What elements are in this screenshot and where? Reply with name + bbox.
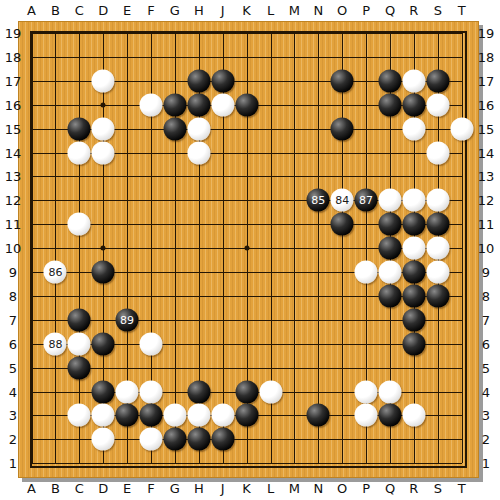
stone-black: [211, 428, 234, 451]
row-label: 12: [5, 194, 22, 207]
row-label: 3: [9, 409, 17, 422]
row-label: 16: [5, 98, 22, 111]
stone-white-move-86: 86: [44, 261, 67, 284]
star-point: [244, 246, 249, 251]
column-label: B: [51, 4, 60, 17]
grid-line: [342, 33, 343, 463]
column-label: R: [409, 482, 418, 495]
stone-white: [187, 117, 210, 140]
column-label: T: [458, 482, 466, 495]
column-label: O: [337, 482, 347, 495]
grid-line: [32, 463, 462, 464]
column-label: P: [362, 4, 370, 17]
column-label: A: [27, 4, 36, 17]
move-number-label: 89: [120, 313, 134, 326]
stone-black: [235, 93, 258, 116]
row-label: 2: [482, 433, 490, 446]
grid-line: [462, 33, 463, 463]
stone-black-move-85: 85: [307, 189, 330, 212]
row-label: 9: [9, 266, 17, 279]
row-label: 8: [482, 289, 490, 302]
move-number-label: 85: [311, 194, 325, 207]
row-label: 3: [482, 409, 490, 422]
column-label: T: [458, 4, 466, 17]
row-label: 8: [9, 289, 17, 302]
stone-black: [402, 93, 425, 116]
column-label: D: [98, 4, 108, 17]
star-point: [101, 246, 106, 251]
column-label: H: [194, 482, 204, 495]
column-label: L: [267, 482, 274, 495]
column-label: S: [434, 482, 442, 495]
stone-white: [426, 141, 449, 164]
stone-white: [140, 332, 163, 355]
stone-black: [92, 261, 115, 284]
grid-line: [32, 368, 462, 369]
stone-black: [426, 284, 449, 307]
row-label: 15: [478, 122, 495, 135]
stone-black: [426, 69, 449, 92]
stone-white: [92, 69, 115, 92]
row-label: 19: [5, 27, 22, 40]
stone-black: [140, 404, 163, 427]
stone-black: [211, 69, 234, 92]
stone-white: [402, 237, 425, 260]
go-board-scene: AABBCCDDEEFFGGHHJJKKLLMMNNOOPPQQRRSSTT19…: [0, 0, 500, 500]
row-label: 9: [482, 266, 490, 279]
stone-white: [68, 141, 91, 164]
column-label: H: [194, 4, 204, 17]
stone-black: [163, 93, 186, 116]
row-label: 13: [478, 170, 495, 183]
star-point: [101, 102, 106, 107]
column-label: C: [75, 4, 84, 17]
stone-black: [163, 428, 186, 451]
stone-black: [68, 356, 91, 379]
stone-white: [402, 69, 425, 92]
stone-white: [426, 261, 449, 284]
stone-white: [211, 93, 234, 116]
row-label: 19: [478, 27, 495, 40]
stone-black: [187, 93, 210, 116]
stone-black: [379, 213, 402, 236]
stone-white: [187, 141, 210, 164]
column-label: M: [289, 482, 300, 495]
row-label: 10: [5, 242, 22, 255]
column-label: J: [221, 4, 225, 17]
stone-white: [259, 380, 282, 403]
stone-white: [187, 404, 210, 427]
stone-white: [163, 404, 186, 427]
stone-black: [331, 69, 354, 92]
stone-black: [379, 237, 402, 260]
stone-black: [331, 117, 354, 140]
row-label: 10: [478, 242, 495, 255]
stone-white: [379, 261, 402, 284]
stone-white: [92, 117, 115, 140]
stone-black: [68, 117, 91, 140]
stone-white: [211, 404, 234, 427]
stone-white: [68, 404, 91, 427]
row-label: 2: [9, 433, 17, 446]
column-label: B: [51, 482, 60, 495]
column-label: F: [147, 4, 154, 17]
column-label: P: [362, 482, 370, 495]
stone-white: [379, 189, 402, 212]
stone-black: [402, 332, 425, 355]
stone-white: [426, 189, 449, 212]
stone-black: [187, 69, 210, 92]
stone-white: [426, 93, 449, 116]
column-label: S: [434, 4, 442, 17]
column-label: Q: [385, 4, 395, 17]
column-label: E: [123, 4, 131, 17]
stone-black: [235, 404, 258, 427]
grid-line: [32, 320, 462, 321]
stone-black: [402, 308, 425, 331]
column-label: F: [147, 482, 154, 495]
column-label: G: [170, 482, 180, 495]
row-label: 18: [5, 50, 22, 63]
stone-white: [402, 117, 425, 140]
stone-black: [235, 380, 258, 403]
move-number-label: 86: [48, 266, 62, 279]
stone-white-move-88: 88: [44, 332, 67, 355]
row-label: 11: [478, 218, 495, 231]
row-label: 5: [482, 361, 490, 374]
stone-black: [116, 404, 139, 427]
stone-black: [402, 261, 425, 284]
row-label: 17: [478, 74, 495, 87]
row-label: 16: [478, 98, 495, 111]
column-label: D: [98, 482, 108, 495]
row-label: 6: [482, 337, 490, 350]
column-label: J: [221, 482, 225, 495]
stone-black-move-87: 87: [355, 189, 378, 212]
stone-black: [92, 332, 115, 355]
column-label: L: [267, 4, 274, 17]
row-label: 5: [9, 361, 17, 374]
row-label: 18: [478, 50, 495, 63]
stone-white: [426, 237, 449, 260]
stone-white: [92, 404, 115, 427]
row-label: 6: [9, 337, 17, 350]
column-label: N: [313, 482, 323, 495]
stone-white: [450, 117, 473, 140]
stone-white: [402, 189, 425, 212]
stone-white: [140, 380, 163, 403]
row-label: 1: [9, 457, 17, 470]
stone-white: [92, 141, 115, 164]
column-label: G: [170, 4, 180, 17]
column-label: A: [27, 482, 36, 495]
stone-black: [307, 404, 330, 427]
move-number-label: 84: [335, 194, 349, 207]
grid-line: [318, 33, 319, 463]
row-label: 4: [482, 385, 490, 398]
stone-black: [68, 308, 91, 331]
row-label: 7: [9, 313, 17, 326]
row-label: 14: [478, 146, 495, 159]
column-label: R: [409, 4, 418, 17]
stone-white: [140, 428, 163, 451]
stone-black: [426, 213, 449, 236]
row-label: 13: [5, 170, 22, 183]
stone-black: [331, 213, 354, 236]
stone-black: [402, 284, 425, 307]
stone-black: [187, 380, 210, 403]
row-label: 1: [482, 457, 490, 470]
stone-white: [355, 261, 378, 284]
stone-white: [379, 380, 402, 403]
column-label: K: [242, 4, 251, 17]
column-label: O: [337, 4, 347, 17]
grid-line: [294, 33, 295, 463]
move-number-label: 87: [359, 194, 373, 207]
row-label: 11: [5, 218, 22, 231]
row-label: 14: [5, 146, 22, 159]
column-label: M: [289, 4, 300, 17]
stone-black: [402, 213, 425, 236]
column-label: Q: [385, 482, 395, 495]
stone-black: [379, 404, 402, 427]
stone-black: [187, 428, 210, 451]
stone-white: [402, 404, 425, 427]
row-label: 12: [478, 194, 495, 207]
column-label: C: [75, 482, 84, 495]
stone-black-move-89: 89: [116, 308, 139, 331]
stone-black: [163, 117, 186, 140]
stone-white: [92, 428, 115, 451]
column-label: E: [123, 482, 131, 495]
stone-white: [68, 213, 91, 236]
stone-white: [355, 404, 378, 427]
stone-white-move-84: 84: [331, 189, 354, 212]
stone-black: [379, 69, 402, 92]
stone-white: [116, 380, 139, 403]
stone-white: [355, 380, 378, 403]
column-label: N: [313, 4, 323, 17]
row-label: 15: [5, 122, 22, 135]
stone-white: [140, 93, 163, 116]
row-label: 4: [9, 385, 17, 398]
move-number-label: 88: [48, 337, 62, 350]
stone-black: [379, 93, 402, 116]
row-label: 7: [482, 313, 490, 326]
stone-black: [92, 380, 115, 403]
column-label: K: [242, 482, 251, 495]
row-label: 17: [5, 74, 22, 87]
stone-white: [68, 332, 91, 355]
stone-black: [379, 284, 402, 307]
